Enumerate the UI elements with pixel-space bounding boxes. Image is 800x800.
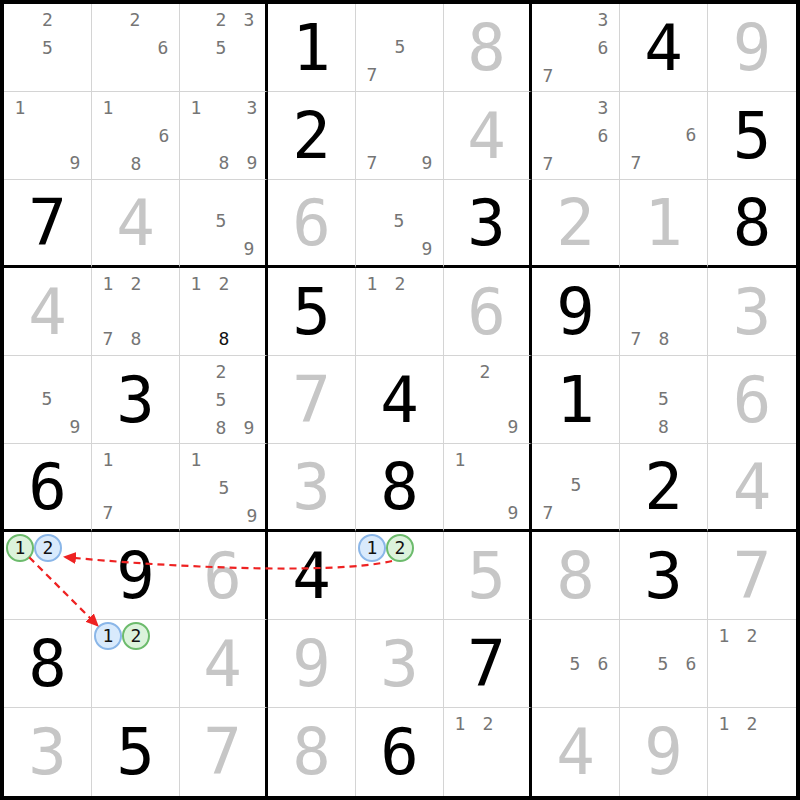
cell-r3c2[interactable]: 4 xyxy=(92,180,180,268)
candidate-slot-7 xyxy=(94,150,122,178)
pencil-marks: 168 xyxy=(94,94,177,177)
candidate-slot-3 xyxy=(235,358,263,386)
candidate-slot-4 xyxy=(358,33,386,61)
candidate-slot-7 xyxy=(182,502,210,530)
solved-digit: 6 xyxy=(180,532,265,619)
candidate-slot-1 xyxy=(622,622,649,650)
candidate-slot-1 xyxy=(182,358,207,386)
candidate-slot-5 xyxy=(386,122,413,150)
candidate-slot-7 xyxy=(534,678,561,706)
cell-r1c3[interactable]: 235 xyxy=(180,4,268,92)
candidate-slot-8 xyxy=(386,61,414,89)
cell-r9c8[interactable]: 9 xyxy=(620,708,708,796)
candidate-9[interactable]: 9 xyxy=(413,235,441,263)
candidate-slot-5 xyxy=(562,122,589,150)
candidate-slot-5 xyxy=(121,34,149,62)
candidate-5[interactable]: 5 xyxy=(33,385,61,413)
candidate-slot-9: 9 xyxy=(499,413,527,441)
cell-r4c1[interactable]: 4 xyxy=(4,268,92,356)
cell-r1c8[interactable]: 4 xyxy=(620,4,708,92)
candidate-slot-7 xyxy=(182,62,207,89)
candidate-slot-3 xyxy=(766,710,794,738)
cell-r4c3[interactable]: 128 xyxy=(180,268,268,356)
cell-r3c9[interactable]: 8 xyxy=(708,180,796,268)
candidate-slot-4 xyxy=(94,122,122,150)
candidate-5[interactable]: 5 xyxy=(207,207,235,235)
candidate-slot-6 xyxy=(235,386,263,414)
cell-r3c8[interactable]: 1 xyxy=(620,180,708,268)
candidate-3[interactable]: 3 xyxy=(589,6,617,34)
candidate-9[interactable]: 9 xyxy=(61,413,89,441)
cell-r4c7[interactable]: 9 xyxy=(532,268,620,356)
pencil-marks: 59 xyxy=(358,182,441,263)
candidate-1[interactable]: 1 xyxy=(94,622,122,650)
given-digit: 2 xyxy=(268,92,355,179)
candidate-slot-6 xyxy=(235,34,263,62)
cell-r8c7[interactable]: 56 xyxy=(532,620,620,708)
candidate-6[interactable]: 6 xyxy=(677,650,705,678)
candidate-9[interactable]: 9 xyxy=(61,149,89,177)
candidate-slot-5: 5 xyxy=(385,207,413,235)
candidate-slot-4 xyxy=(6,34,34,62)
pencil-marks: 367 xyxy=(534,6,617,89)
candidate-slot-3 xyxy=(499,358,527,386)
cell-r4c5[interactable]: 12 xyxy=(356,268,444,356)
candidate-1[interactable]: 1 xyxy=(358,534,386,562)
cell-r7c6[interactable]: 5 xyxy=(444,532,532,620)
candidate-slot-1: 1 xyxy=(94,446,122,474)
candidate-7[interactable]: 7 xyxy=(358,61,386,89)
cell-r8c4[interactable]: 9 xyxy=(268,620,356,708)
cell-r7c2[interactable]: 9 xyxy=(92,532,180,620)
candidate-slot-4 xyxy=(94,650,122,678)
candidate-7[interactable]: 7 xyxy=(534,499,562,527)
cell-r7c4[interactable]: 4 xyxy=(268,532,356,620)
candidate-7[interactable]: 7 xyxy=(622,325,650,353)
candidate-slot-6 xyxy=(238,298,263,325)
cell-r3c4[interactable]: 6 xyxy=(268,180,356,268)
cell-r7c7[interactable]: 8 xyxy=(532,532,620,620)
candidate-slot-1: 1 xyxy=(358,270,386,298)
cell-r2c1[interactable]: 19 xyxy=(4,92,92,180)
cell-r8c5[interactable]: 3 xyxy=(356,620,444,708)
given-digit: 7 xyxy=(4,180,91,265)
solved-digit: 7 xyxy=(268,356,355,443)
candidate-slot-9 xyxy=(62,62,90,89)
candidate-2[interactable]: 2 xyxy=(738,622,766,650)
candidate-7[interactable]: 7 xyxy=(534,62,562,90)
candidate-2[interactable]: 2 xyxy=(122,270,150,298)
candidate-2[interactable]: 2 xyxy=(34,6,62,34)
candidate-2[interactable]: 2 xyxy=(207,6,235,34)
candidate-slot-8: 8 xyxy=(122,150,150,178)
candidate-7[interactable]: 7 xyxy=(534,150,562,178)
cell-r6c1[interactable]: 6 xyxy=(4,444,92,532)
cell-r8c1[interactable]: 8 xyxy=(4,620,92,708)
cell-r3c7[interactable]: 2 xyxy=(532,180,620,268)
candidate-slot-3: 3 xyxy=(235,6,263,34)
given-digit: 8 xyxy=(356,444,443,529)
candidate-1[interactable]: 1 xyxy=(358,270,386,298)
candidate-slot-8 xyxy=(385,235,413,263)
cell-r9c1[interactable]: 3 xyxy=(4,708,92,796)
candidate-slot-6 xyxy=(150,474,178,499)
candidate-slot-2: 2 xyxy=(474,710,502,738)
cell-r8c6[interactable]: 7 xyxy=(444,620,532,708)
candidate-1[interactable]: 1 xyxy=(710,710,738,738)
candidate-6[interactable]: 6 xyxy=(589,34,617,62)
candidate-2[interactable]: 2 xyxy=(121,6,149,34)
candidate-slot-7: 7 xyxy=(534,150,562,178)
candidate-9[interactable]: 9 xyxy=(499,413,527,441)
sudoku-app: 2526235157836749191681389279436767574596… xyxy=(0,0,800,800)
cell-r5c6[interactable]: 29 xyxy=(444,356,532,444)
pencil-marks: 17 xyxy=(94,446,177,527)
candidate-slot-2 xyxy=(562,6,589,34)
candidate-slot-8 xyxy=(210,502,238,530)
cell-r7c9[interactable]: 7 xyxy=(708,532,796,620)
candidate-5[interactable]: 5 xyxy=(34,34,62,62)
cell-r2c6[interactable]: 4 xyxy=(444,92,532,180)
candidate-slot-4 xyxy=(182,298,210,325)
candidate-slot-1 xyxy=(94,6,121,34)
candidate-1[interactable]: 1 xyxy=(94,446,122,474)
solved-digit: 9 xyxy=(620,708,707,796)
cell-r1c4[interactable]: 1 xyxy=(268,4,356,92)
candidate-slot-9 xyxy=(502,766,527,794)
candidate-5[interactable]: 5 xyxy=(649,650,677,678)
cell-r8c9[interactable]: 12 xyxy=(708,620,796,708)
cell-r6c9[interactable]: 4 xyxy=(708,444,796,532)
candidate-9[interactable]: 9 xyxy=(238,149,266,177)
cell-r6c4[interactable]: 3 xyxy=(268,444,356,532)
candidate-1[interactable]: 1 xyxy=(182,270,210,298)
candidate-2[interactable]: 2 xyxy=(210,270,238,298)
candidate-3[interactable]: 3 xyxy=(589,94,617,122)
cell-r4c2[interactable]: 1278 xyxy=(92,268,180,356)
candidate-slot-9 xyxy=(238,325,263,353)
candidate-slot-7: 7 xyxy=(358,149,386,177)
cell-r1c6[interactable]: 8 xyxy=(444,4,532,92)
cell-r5c4[interactable]: 7 xyxy=(268,356,356,444)
candidate-slot-6 xyxy=(62,562,89,590)
candidate-1[interactable]: 1 xyxy=(182,446,210,474)
candidate-1[interactable]: 1 xyxy=(446,710,474,738)
candidate-slot-3 xyxy=(589,622,617,650)
candidate-5[interactable]: 5 xyxy=(650,385,678,413)
candidate-1[interactable]: 1 xyxy=(94,270,122,298)
candidate-slot-7: 7 xyxy=(94,325,122,353)
candidate-slot-5 xyxy=(122,122,150,150)
candidate-slot-2 xyxy=(34,94,61,122)
candidate-slot-8 xyxy=(386,149,413,177)
solved-digit: 3 xyxy=(4,708,91,796)
candidate-slot-6: 6 xyxy=(589,122,617,150)
candidate-8[interactable]: 8 xyxy=(207,414,235,442)
candidate-slot-8 xyxy=(122,499,150,527)
candidate-slot-2 xyxy=(562,446,590,471)
candidate-9[interactable]: 9 xyxy=(413,149,441,177)
candidate-slot-3 xyxy=(499,446,527,474)
cell-r4c9[interactable]: 3 xyxy=(708,268,796,356)
candidate-slot-8: 8 xyxy=(122,325,150,353)
solved-digit: 4 xyxy=(4,268,91,355)
candidate-slot-7 xyxy=(182,235,207,263)
candidate-6[interactable]: 6 xyxy=(149,34,177,62)
candidate-9[interactable]: 9 xyxy=(235,235,263,263)
cell-r7c3[interactable]: 6 xyxy=(180,532,268,620)
candidate-8[interactable]: 8 xyxy=(122,150,150,178)
candidate-slot-6 xyxy=(502,738,527,766)
candidate-slot-7 xyxy=(710,678,738,706)
candidate-slot-4 xyxy=(358,298,386,326)
cell-r2c7[interactable]: 367 xyxy=(532,92,620,180)
cell-r9c9[interactable]: 12 xyxy=(708,708,796,796)
cell-r5c7[interactable]: 1 xyxy=(532,356,620,444)
given-digit: 6 xyxy=(4,444,91,529)
candidate-3[interactable]: 3 xyxy=(235,6,263,34)
cell-r6c2[interactable]: 17 xyxy=(92,444,180,532)
candidate-1[interactable]: 1 xyxy=(6,94,34,122)
candidate-1[interactable]: 1 xyxy=(446,446,474,474)
candidate-slot-8: 8 xyxy=(210,325,238,353)
cell-r1c9[interactable]: 9 xyxy=(708,4,796,92)
candidate-slot-4 xyxy=(534,34,562,62)
cell-r8c2[interactable]: 12 xyxy=(92,620,180,708)
candidate-slot-9 xyxy=(678,413,706,441)
cell-r6c6[interactable]: 19 xyxy=(444,444,532,532)
pencil-marks: 59 xyxy=(6,358,89,441)
candidate-slot-5 xyxy=(738,738,766,766)
candidate-3[interactable]: 3 xyxy=(238,94,266,122)
cell-r8c8[interactable]: 56 xyxy=(620,620,708,708)
candidate-slot-8: 8 xyxy=(650,413,678,441)
candidate-5[interactable]: 5 xyxy=(210,474,238,502)
candidate-slot-6 xyxy=(238,122,266,149)
candidate-slot-7: 7 xyxy=(94,499,122,527)
candidate-slot-9 xyxy=(149,62,177,89)
candidate-slot-1: 1 xyxy=(94,270,122,298)
cell-r9c7[interactable]: 4 xyxy=(532,708,620,796)
pencil-marks: 12 xyxy=(710,622,794,705)
candidate-8[interactable]: 8 xyxy=(650,413,678,441)
candidate-slot-9 xyxy=(62,590,89,618)
candidate-slot-1 xyxy=(6,6,34,34)
candidate-8[interactable]: 8 xyxy=(650,325,678,353)
candidate-slot-1: 1 xyxy=(94,622,122,650)
candidate-1[interactable]: 1 xyxy=(94,94,122,122)
candidate-1[interactable]: 1 xyxy=(6,534,34,562)
candidate-5[interactable]: 5 xyxy=(561,650,589,678)
pencil-marks: 12 xyxy=(710,710,794,794)
pencil-marks: 12 xyxy=(6,534,89,617)
candidate-slot-2 xyxy=(386,94,413,122)
candidate-2[interactable]: 2 xyxy=(474,710,502,738)
cell-r6c8[interactable]: 2 xyxy=(620,444,708,532)
candidate-slot-8 xyxy=(562,499,590,527)
solved-digit: 3 xyxy=(708,268,796,355)
pencil-marks: 367 xyxy=(534,94,617,177)
candidate-7[interactable]: 7 xyxy=(94,499,122,527)
cell-r6c7[interactable]: 57 xyxy=(532,444,620,532)
given-digit: 1 xyxy=(532,356,619,443)
cell-r2c9[interactable]: 5 xyxy=(708,92,796,180)
cell-r1c2[interactable]: 26 xyxy=(92,4,180,92)
candidate-slot-3 xyxy=(238,446,266,474)
candidate-8[interactable]: 8 xyxy=(122,325,150,353)
cell-r3c3[interactable]: 59 xyxy=(180,180,268,268)
candidate-2[interactable]: 2 xyxy=(207,358,235,386)
candidate-slot-6 xyxy=(414,298,441,326)
cell-r6c3[interactable]: 159 xyxy=(180,444,268,532)
candidate-slot-5: 5 xyxy=(207,386,235,414)
candidate-slot-6: 6 xyxy=(677,650,705,678)
candidate-slot-7 xyxy=(446,499,474,527)
cell-r2c3[interactable]: 1389 xyxy=(180,92,268,180)
candidate-slot-4 xyxy=(358,562,386,590)
candidate-slot-1: 1 xyxy=(6,534,34,562)
cell-r2c8[interactable]: 67 xyxy=(620,92,708,180)
cell-r5c5[interactable]: 4 xyxy=(356,356,444,444)
pencil-marks: 128 xyxy=(182,270,263,353)
candidate-slot-4 xyxy=(710,738,738,766)
cell-r9c4[interactable]: 8 xyxy=(268,708,356,796)
pencil-marks: 26 xyxy=(94,6,177,89)
candidate-slot-2 xyxy=(474,446,499,474)
solved-digit: 8 xyxy=(532,532,619,619)
given-digit: 3 xyxy=(620,532,707,619)
cell-r9c6[interactable]: 12 xyxy=(444,708,532,796)
candidate-9[interactable]: 9 xyxy=(238,502,266,530)
candidate-slot-9 xyxy=(766,678,794,706)
candidate-slot-2: 2 xyxy=(738,710,766,738)
pencil-marks: 29 xyxy=(446,358,527,441)
candidate-slot-8 xyxy=(207,235,235,263)
candidate-6[interactable]: 6 xyxy=(589,650,617,678)
candidate-7[interactable]: 7 xyxy=(358,149,386,177)
candidate-slot-1: 1 xyxy=(182,94,210,122)
candidate-9[interactable]: 9 xyxy=(235,414,263,442)
candidate-5[interactable]: 5 xyxy=(385,207,413,235)
candidate-2[interactable]: 2 xyxy=(386,534,414,562)
cell-r5c9[interactable]: 6 xyxy=(708,356,796,444)
solved-digit: 9 xyxy=(708,4,796,91)
solved-digit: 3 xyxy=(268,444,355,529)
candidate-slot-7: 7 xyxy=(622,325,650,353)
candidate-5[interactable]: 5 xyxy=(207,386,235,414)
candidate-slot-4 xyxy=(534,650,561,678)
candidate-9[interactable]: 9 xyxy=(499,499,527,527)
candidate-2[interactable]: 2 xyxy=(738,710,766,738)
solved-digit: 7 xyxy=(180,708,265,796)
cell-r7c1[interactable]: 12 xyxy=(4,532,92,620)
given-digit: 4 xyxy=(268,532,355,619)
cell-r6c5[interactable]: 8 xyxy=(356,444,444,532)
cell-r3c6[interactable]: 3 xyxy=(444,180,532,268)
candidate-slot-5 xyxy=(738,650,766,678)
eliminated-candidate-8[interactable]: 8 xyxy=(210,325,238,353)
sudoku-board[interactable]: 2526235157836749191681389279436767574596… xyxy=(0,0,800,800)
candidate-slot-1 xyxy=(622,270,650,298)
cell-r5c3[interactable]: 2589 xyxy=(180,356,268,444)
candidate-7[interactable]: 7 xyxy=(622,149,650,177)
cell-r1c7[interactable]: 367 xyxy=(532,4,620,92)
candidate-slot-1 xyxy=(358,182,385,207)
candidate-slot-7 xyxy=(446,766,474,794)
candidate-slot-6 xyxy=(413,122,441,150)
candidate-slot-7: 7 xyxy=(622,149,650,177)
cell-r3c5[interactable]: 59 xyxy=(356,180,444,268)
candidate-slot-9 xyxy=(150,325,177,353)
candidate-1[interactable]: 1 xyxy=(182,94,210,122)
cell-r4c4[interactable]: 5 xyxy=(268,268,356,356)
cell-r3c1[interactable]: 7 xyxy=(4,180,92,268)
candidate-slot-3 xyxy=(61,94,89,122)
candidate-slot-6 xyxy=(150,298,177,325)
candidate-2[interactable]: 2 xyxy=(122,622,150,650)
cell-r5c2[interactable]: 3 xyxy=(92,356,180,444)
candidate-slot-3 xyxy=(677,622,705,650)
candidate-slot-1 xyxy=(358,6,386,33)
candidate-slot-4 xyxy=(182,34,207,62)
candidate-7[interactable]: 7 xyxy=(94,325,122,353)
cell-r2c4[interactable]: 2 xyxy=(268,92,356,180)
cell-r2c2[interactable]: 168 xyxy=(92,92,180,180)
candidate-slot-6 xyxy=(238,474,266,502)
candidate-8[interactable]: 8 xyxy=(210,149,238,177)
solved-digit: 4 xyxy=(708,444,796,529)
cell-r1c1[interactable]: 25 xyxy=(4,4,92,92)
candidate-slot-6: 6 xyxy=(149,34,177,62)
pencil-marks: 19 xyxy=(6,94,89,177)
candidate-6[interactable]: 6 xyxy=(150,122,178,150)
cell-r7c5[interactable]: 12 xyxy=(356,532,444,620)
cell-r8c3[interactable]: 4 xyxy=(180,620,268,708)
cell-r9c2[interactable]: 5 xyxy=(92,708,180,796)
candidate-slot-5 xyxy=(386,298,414,326)
cell-r9c3[interactable]: 7 xyxy=(180,708,268,796)
candidate-6[interactable]: 6 xyxy=(677,121,705,149)
candidate-2[interactable]: 2 xyxy=(386,270,414,298)
candidate-5[interactable]: 5 xyxy=(562,471,590,499)
candidate-2[interactable]: 2 xyxy=(471,358,499,386)
candidate-2[interactable]: 2 xyxy=(34,534,62,562)
cell-r5c8[interactable]: 58 xyxy=(620,356,708,444)
candidate-slot-5: 5 xyxy=(386,33,414,61)
cell-r7c8[interactable]: 3 xyxy=(620,532,708,620)
candidate-slot-2 xyxy=(650,270,678,298)
cell-r2c5[interactable]: 79 xyxy=(356,92,444,180)
cell-r5c1[interactable]: 59 xyxy=(4,356,92,444)
candidate-slot-1 xyxy=(6,358,33,385)
candidate-slot-7 xyxy=(622,678,649,706)
candidate-5[interactable]: 5 xyxy=(386,33,414,61)
cell-r4c8[interactable]: 78 xyxy=(620,268,708,356)
cell-r4c6[interactable]: 6 xyxy=(444,268,532,356)
candidate-slot-6 xyxy=(414,562,441,590)
candidate-6[interactable]: 6 xyxy=(589,122,617,150)
candidate-slot-2 xyxy=(650,358,678,385)
candidate-slot-7 xyxy=(182,149,210,177)
candidate-slot-3 xyxy=(235,182,263,207)
cell-r9c5[interactable]: 6 xyxy=(356,708,444,796)
candidate-slot-1 xyxy=(182,6,207,34)
candidate-1[interactable]: 1 xyxy=(710,622,738,650)
solved-digit: 6 xyxy=(444,268,529,355)
candidate-5[interactable]: 5 xyxy=(207,34,235,62)
cell-r1c5[interactable]: 57 xyxy=(356,4,444,92)
candidate-slot-2 xyxy=(210,446,238,474)
